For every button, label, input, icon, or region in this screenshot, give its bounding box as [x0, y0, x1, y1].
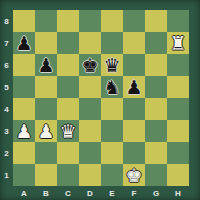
square-g4[interactable]: [145, 98, 167, 120]
file-label-b: B: [35, 186, 57, 200]
rank-label-7: 7: [0, 32, 13, 54]
square-c7[interactable]: [57, 32, 79, 54]
square-b4[interactable]: [35, 98, 57, 120]
rank-label-6: 6: [0, 54, 13, 76]
black-pawn-piece[interactable]: ♟: [13, 32, 35, 54]
file-label-a: A: [13, 186, 35, 200]
white-king-piece[interactable]: ♚: [123, 164, 145, 186]
square-f8[interactable]: [123, 10, 145, 32]
square-c4[interactable]: [57, 98, 79, 120]
white-pawn-piece[interactable]: ♟: [35, 120, 57, 142]
square-d8[interactable]: [79, 10, 101, 32]
square-b1[interactable]: [35, 164, 57, 186]
rank-label-8: 8: [0, 10, 13, 32]
square-a2[interactable]: [13, 142, 35, 164]
square-c2[interactable]: [57, 142, 79, 164]
square-h8[interactable]: [167, 10, 189, 32]
square-d6[interactable]: ♚: [79, 54, 101, 76]
square-e3[interactable]: [101, 120, 123, 142]
white-rook-piece[interactable]: ♜: [167, 32, 189, 54]
square-a5[interactable]: [13, 76, 35, 98]
square-d7[interactable]: [79, 32, 101, 54]
square-g7[interactable]: [145, 32, 167, 54]
chess-board: ♟♜♟♚♛♞♟♟♟♛♚: [13, 10, 189, 186]
black-pawn-piece[interactable]: ♟: [123, 76, 145, 98]
file-label-e: E: [101, 186, 123, 200]
square-g5[interactable]: [145, 76, 167, 98]
square-h1[interactable]: [167, 164, 189, 186]
square-b7[interactable]: [35, 32, 57, 54]
square-d1[interactable]: [79, 164, 101, 186]
rank-label-1: 1: [0, 164, 13, 186]
square-b8[interactable]: [35, 10, 57, 32]
white-queen-piece[interactable]: ♛: [57, 120, 79, 142]
square-h7[interactable]: ♜: [167, 32, 189, 54]
square-g6[interactable]: [145, 54, 167, 76]
square-a3[interactable]: ♟: [13, 120, 35, 142]
square-b2[interactable]: [35, 142, 57, 164]
square-f6[interactable]: [123, 54, 145, 76]
chess-app-frame: 87654321 ♟♜♟♚♛♞♟♟♟♛♚ ABCDEFGH: [0, 0, 200, 200]
square-e5[interactable]: ♞: [101, 76, 123, 98]
square-f7[interactable]: [123, 32, 145, 54]
file-label-c: C: [57, 186, 79, 200]
file-label-g: G: [145, 186, 167, 200]
square-f3[interactable]: [123, 120, 145, 142]
file-label-h: H: [167, 186, 189, 200]
square-h2[interactable]: [167, 142, 189, 164]
square-h6[interactable]: [167, 54, 189, 76]
file-labels: ABCDEFGH: [13, 186, 189, 200]
square-b6[interactable]: ♟: [35, 54, 57, 76]
square-e6[interactable]: ♛: [101, 54, 123, 76]
square-e1[interactable]: [101, 164, 123, 186]
black-knight-piece[interactable]: ♞: [101, 76, 123, 98]
square-d3[interactable]: [79, 120, 101, 142]
rank-label-2: 2: [0, 142, 13, 164]
square-c3[interactable]: ♛: [57, 120, 79, 142]
white-pawn-piece[interactable]: ♟: [13, 120, 35, 142]
square-d5[interactable]: [79, 76, 101, 98]
square-a8[interactable]: [13, 10, 35, 32]
square-h3[interactable]: [167, 120, 189, 142]
rank-label-5: 5: [0, 76, 13, 98]
square-e7[interactable]: [101, 32, 123, 54]
rank-label-3: 3: [0, 120, 13, 142]
square-a7[interactable]: ♟: [13, 32, 35, 54]
square-a4[interactable]: [13, 98, 35, 120]
rank-label-4: 4: [0, 98, 13, 120]
square-g2[interactable]: [145, 142, 167, 164]
square-a6[interactable]: [13, 54, 35, 76]
square-c1[interactable]: [57, 164, 79, 186]
square-f5[interactable]: ♟: [123, 76, 145, 98]
square-d4[interactable]: [79, 98, 101, 120]
square-g8[interactable]: [145, 10, 167, 32]
square-c8[interactable]: [57, 10, 79, 32]
square-f4[interactable]: [123, 98, 145, 120]
black-king-piece[interactable]: ♚: [79, 54, 101, 76]
square-g1[interactable]: [145, 164, 167, 186]
square-e8[interactable]: [101, 10, 123, 32]
square-d2[interactable]: [79, 142, 101, 164]
square-f2[interactable]: [123, 142, 145, 164]
square-c6[interactable]: [57, 54, 79, 76]
square-b5[interactable]: [35, 76, 57, 98]
square-g3[interactable]: [145, 120, 167, 142]
square-h4[interactable]: [167, 98, 189, 120]
black-pawn-piece[interactable]: ♟: [35, 54, 57, 76]
square-c5[interactable]: [57, 76, 79, 98]
square-e4[interactable]: [101, 98, 123, 120]
square-h5[interactable]: [167, 76, 189, 98]
square-f1[interactable]: ♚: [123, 164, 145, 186]
black-queen-piece[interactable]: ♛: [101, 54, 123, 76]
square-a1[interactable]: [13, 164, 35, 186]
square-b3[interactable]: ♟: [35, 120, 57, 142]
file-label-f: F: [123, 186, 145, 200]
rank-labels: 87654321: [0, 10, 13, 186]
square-e2[interactable]: [101, 142, 123, 164]
file-label-d: D: [79, 186, 101, 200]
